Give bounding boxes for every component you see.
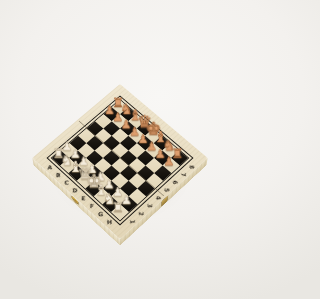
file-label-top-h: H [183, 145, 195, 153]
square-e4[interactable] [111, 158, 128, 173]
product-photo: AABBCCDDEEFFGGHH1122334455667788 ♜♞♝♛♚♝♞… [0, 0, 240, 299]
studio-photo-background: { "game": "chess", "position": "rnbqkbnr… [0, 0, 240, 299]
piece-black-pawn[interactable]: ♟ [163, 155, 175, 167]
piece-white-rook[interactable]: ♜ [112, 201, 124, 214]
rank-label-left-8: 8 [107, 93, 116, 103]
